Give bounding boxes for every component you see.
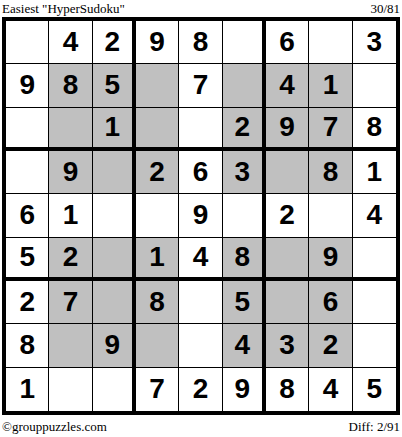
cell-r5c3[interactable] (93, 194, 136, 237)
cell-r7c6: 5 (223, 281, 266, 324)
cell-r9c1: 1 (6, 368, 49, 411)
cell-r5c8[interactable] (309, 194, 352, 237)
cell-r7c4: 8 (136, 281, 179, 324)
cell-r4c3[interactable] (93, 151, 136, 194)
cell-r6c3[interactable] (93, 238, 136, 281)
cell-r5c5: 9 (179, 194, 222, 237)
cell-r4c5: 6 (179, 151, 222, 194)
cell-r3c1[interactable] (6, 108, 49, 151)
cell-r9c3[interactable] (93, 368, 136, 411)
difficulty-text: Diff: 2/91 (349, 419, 400, 435)
cell-r6c8: 9 (309, 238, 352, 281)
cell-r3c8: 7 (309, 108, 352, 151)
cell-r6c9[interactable] (353, 238, 396, 281)
cell-r1c4: 9 (136, 21, 179, 64)
cell-r8c3: 9 (93, 324, 136, 367)
cell-r8c6: 4 (223, 324, 266, 367)
cell-r3c9: 8 (353, 108, 396, 151)
cell-r2c5: 7 (179, 64, 222, 107)
cell-r9c6: 9 (223, 368, 266, 411)
cell-r6c1: 5 (6, 238, 49, 281)
cell-r2c2: 8 (49, 64, 92, 107)
cell-r5c7: 2 (266, 194, 309, 237)
cell-r8c5[interactable] (179, 324, 222, 367)
cell-r2c6[interactable] (223, 64, 266, 107)
cell-r9c4: 7 (136, 368, 179, 411)
cell-r8c8: 2 (309, 324, 352, 367)
puzzle-page: Easiest "HyperSudoku" 30/81 429863985741… (0, 0, 402, 437)
cell-r1c1[interactable] (6, 21, 49, 64)
cell-r1c7: 6 (266, 21, 309, 64)
cell-r9c5: 2 (179, 368, 222, 411)
cell-r6c5: 4 (179, 238, 222, 281)
cell-r2c1: 9 (6, 64, 49, 107)
cell-r9c7: 8 (266, 368, 309, 411)
cell-r4c1[interactable] (6, 151, 49, 194)
cell-r8c9[interactable] (353, 324, 396, 367)
cell-r4c7[interactable] (266, 151, 309, 194)
cell-r1c5: 8 (179, 21, 222, 64)
cell-r5c1: 6 (6, 194, 49, 237)
cell-r3c5[interactable] (179, 108, 222, 151)
cell-r3c3: 1 (93, 108, 136, 151)
cell-r1c2: 4 (49, 21, 92, 64)
cell-r2c4[interactable] (136, 64, 179, 107)
cell-r4c8: 8 (309, 151, 352, 194)
cell-r6c4: 1 (136, 238, 179, 281)
cell-r2c7: 4 (266, 64, 309, 107)
cell-r8c7: 3 (266, 324, 309, 367)
cell-r6c6: 8 (223, 238, 266, 281)
cell-r2c3: 5 (93, 64, 136, 107)
cell-r3c4[interactable] (136, 108, 179, 151)
cell-r2c8: 1 (309, 64, 352, 107)
puzzle-title: Easiest "HyperSudoku" (2, 2, 125, 16)
cell-r3c2[interactable] (49, 108, 92, 151)
cell-r8c2[interactable] (49, 324, 92, 367)
cell-r9c2[interactable] (49, 368, 92, 411)
blank-count: 30/81 (370, 2, 400, 16)
cell-r1c9: 3 (353, 21, 396, 64)
cell-r1c8[interactable] (309, 21, 352, 64)
cell-r4c4: 2 (136, 151, 179, 194)
cell-r9c8: 4 (309, 368, 352, 411)
cell-r7c5[interactable] (179, 281, 222, 324)
cell-r7c3[interactable] (93, 281, 136, 324)
header: Easiest "HyperSudoku" 30/81 (0, 0, 402, 17)
cell-r5c4[interactable] (136, 194, 179, 237)
cell-r5c6[interactable] (223, 194, 266, 237)
cell-r4c6: 3 (223, 151, 266, 194)
cell-r2c9[interactable] (353, 64, 396, 107)
cell-r8c4[interactable] (136, 324, 179, 367)
cell-r5c2: 1 (49, 194, 92, 237)
cell-r4c9: 1 (353, 151, 396, 194)
cell-r7c1: 2 (6, 281, 49, 324)
cell-r7c2: 7 (49, 281, 92, 324)
cell-r7c8: 6 (309, 281, 352, 324)
cell-r5c9: 4 (353, 194, 396, 237)
cell-r9c9: 5 (353, 368, 396, 411)
cell-r1c6[interactable] (223, 21, 266, 64)
cell-r4c2: 9 (49, 151, 92, 194)
cell-r6c2: 2 (49, 238, 92, 281)
copyright-text: ©grouppuzzles.com (2, 419, 107, 435)
cell-r6c7[interactable] (266, 238, 309, 281)
cell-r8c1: 8 (6, 324, 49, 367)
cell-r3c7: 9 (266, 108, 309, 151)
cell-r1c3: 2 (93, 21, 136, 64)
cell-r7c7[interactable] (266, 281, 309, 324)
cell-r7c9[interactable] (353, 281, 396, 324)
cell-r3c6: 2 (223, 108, 266, 151)
footer: ©grouppuzzles.com Diff: 2/91 (0, 415, 402, 437)
sudoku-board: 4298639857411297892638161924521489278568… (2, 17, 400, 415)
